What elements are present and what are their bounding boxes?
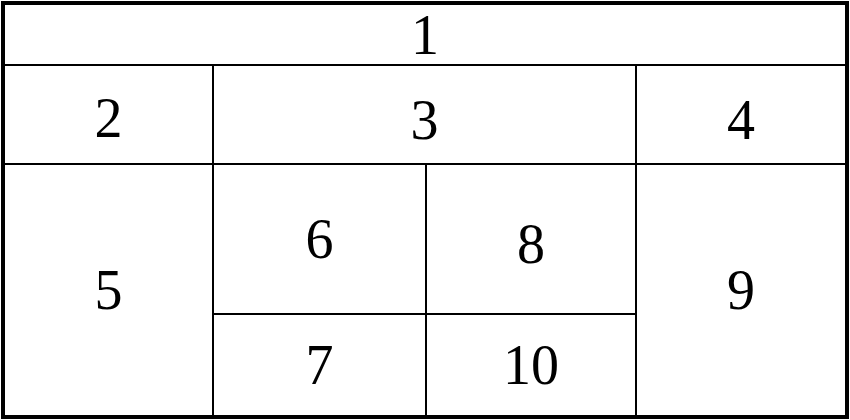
region-7: 7 [214,315,427,415]
region-9-label: 9 [727,262,755,318]
region-6-label: 6 [306,211,334,267]
region-8: 8 [427,165,637,315]
region-5-label: 5 [95,262,123,318]
region-3: 3 [214,66,637,165]
region-2: 2 [5,66,214,165]
region-10: 10 [427,315,637,415]
region-10-label: 10 [503,337,559,393]
region-4: 4 [637,66,845,165]
region-1: 1 [5,5,845,66]
partition-table: 1 2 3 4 5 6 8 7 10 9 [1,1,849,419]
region-6: 6 [214,165,427,315]
region-5: 5 [5,165,214,415]
region-7-label: 7 [306,337,334,393]
region-4-label: 4 [727,82,755,148]
region-1-label: 1 [411,7,439,63]
region-8-label: 8 [517,206,545,272]
region-9: 9 [637,165,845,415]
region-2-label: 2 [95,84,123,146]
region-3-label: 3 [411,82,439,148]
